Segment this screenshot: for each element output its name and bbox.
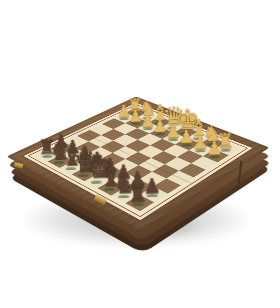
piece-white-pawn: ♟ bbox=[205, 139, 224, 158]
product-photo: ♜♞♝♛♚♝♞♜♟♟♟♟♟♟♟♟♟♟♟♟♟♟♟♟♜♞♝♛♚♝♞♜ bbox=[0, 0, 280, 308]
piece-black-rook: ♜ bbox=[127, 182, 148, 206]
